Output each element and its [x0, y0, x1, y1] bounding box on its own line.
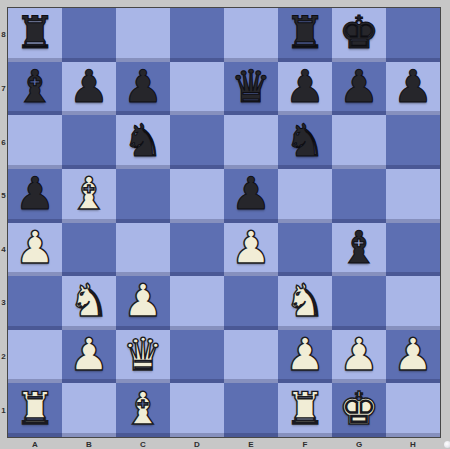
file-label-f: F	[278, 439, 332, 449]
square-g4[interactable]: ♝	[332, 223, 386, 277]
square-g8[interactable]: ♚	[332, 8, 386, 62]
white-pawn-icon: ♟	[393, 332, 433, 377]
square-h7[interactable]: ♟	[386, 62, 440, 116]
square-d7[interactable]	[170, 62, 224, 116]
square-h8[interactable]	[386, 8, 440, 62]
square-d6[interactable]	[170, 115, 224, 169]
black-pawn-icon: ♟	[393, 64, 433, 109]
file-label-e: E	[224, 439, 278, 449]
square-f5[interactable]	[278, 169, 332, 223]
white-king-icon: ♚	[339, 386, 379, 431]
white-rook-icon: ♜	[285, 386, 325, 431]
rank-label-8: 8	[0, 8, 7, 62]
square-b6[interactable]	[62, 115, 116, 169]
white-knight-icon: ♞	[285, 278, 325, 323]
white-bishop-icon: ♝	[123, 386, 163, 431]
white-queen-icon: ♛	[123, 332, 163, 377]
square-a1[interactable]: ♜	[8, 383, 62, 437]
square-d2[interactable]	[170, 330, 224, 384]
square-b1[interactable]	[62, 383, 116, 437]
square-a8[interactable]: ♜	[8, 8, 62, 62]
black-knight-icon: ♞	[123, 118, 163, 163]
square-g3[interactable]	[332, 276, 386, 330]
white-pawn-icon: ♟	[231, 225, 271, 270]
square-a7[interactable]: ♝	[8, 62, 62, 116]
square-b2[interactable]: ♟	[62, 330, 116, 384]
white-pawn-icon: ♟	[123, 278, 163, 323]
square-a4[interactable]: ♟	[8, 223, 62, 277]
file-label-h: H	[386, 439, 440, 449]
rank-label-3: 3	[0, 276, 7, 330]
chess-board: ♜♜♚♝♟♟♛♟♟♟♞♞♟♝♟♟♟♝♞♟♞♟♛♟♟♟♜♝♜♚	[8, 8, 440, 437]
black-knight-icon: ♞	[285, 118, 325, 163]
square-g5[interactable]	[332, 169, 386, 223]
square-f7[interactable]: ♟	[278, 62, 332, 116]
file-label-b: B	[62, 439, 116, 449]
square-b8[interactable]	[62, 8, 116, 62]
square-f2[interactable]: ♟	[278, 330, 332, 384]
square-h6[interactable]	[386, 115, 440, 169]
black-pawn-icon: ♟	[69, 64, 109, 109]
file-label-g: G	[332, 439, 386, 449]
square-h3[interactable]	[386, 276, 440, 330]
square-d3[interactable]	[170, 276, 224, 330]
square-h4[interactable]	[386, 223, 440, 277]
rank-label-4: 4	[0, 223, 7, 277]
rank-label-2: 2	[0, 330, 7, 384]
black-rook-icon: ♜	[15, 10, 55, 55]
square-b5[interactable]: ♝	[62, 169, 116, 223]
square-a3[interactable]	[8, 276, 62, 330]
square-e2[interactable]	[224, 330, 278, 384]
square-e8[interactable]	[224, 8, 278, 62]
resize-grip-dot	[444, 441, 450, 448]
square-c5[interactable]	[116, 169, 170, 223]
white-bishop-icon: ♝	[69, 171, 109, 216]
square-d8[interactable]	[170, 8, 224, 62]
square-c6[interactable]: ♞	[116, 115, 170, 169]
square-d5[interactable]	[170, 169, 224, 223]
square-c1[interactable]: ♝	[116, 383, 170, 437]
square-e7[interactable]: ♛	[224, 62, 278, 116]
square-a5[interactable]: ♟	[8, 169, 62, 223]
square-f3[interactable]: ♞	[278, 276, 332, 330]
square-b3[interactable]: ♞	[62, 276, 116, 330]
square-h5[interactable]	[386, 169, 440, 223]
square-b4[interactable]	[62, 223, 116, 277]
square-g6[interactable]	[332, 115, 386, 169]
white-pawn-icon: ♟	[69, 332, 109, 377]
square-g1[interactable]: ♚	[332, 383, 386, 437]
square-e3[interactable]	[224, 276, 278, 330]
square-c3[interactable]: ♟	[116, 276, 170, 330]
square-d4[interactable]	[170, 223, 224, 277]
rank-label-1: 1	[0, 383, 7, 437]
black-pawn-icon: ♟	[231, 171, 271, 216]
white-rook-icon: ♜	[15, 386, 55, 431]
black-pawn-icon: ♟	[285, 64, 325, 109]
rank-label-7: 7	[0, 62, 7, 116]
rank-labels: 87654321	[0, 8, 7, 437]
black-rook-icon: ♜	[285, 10, 325, 55]
file-labels: ABCDEFGH	[8, 439, 440, 449]
square-b7[interactable]: ♟	[62, 62, 116, 116]
square-g7[interactable]: ♟	[332, 62, 386, 116]
square-e6[interactable]	[224, 115, 278, 169]
square-f8[interactable]: ♜	[278, 8, 332, 62]
file-label-c: C	[116, 439, 170, 449]
square-e4[interactable]: ♟	[224, 223, 278, 277]
square-c2[interactable]: ♛	[116, 330, 170, 384]
black-queen-icon: ♛	[231, 64, 271, 109]
square-a6[interactable]	[8, 115, 62, 169]
board-frame: ♜♜♚♝♟♟♛♟♟♟♞♞♟♝♟♟♟♝♞♟♞♟♛♟♟♟♜♝♜♚	[7, 7, 441, 438]
black-bishop-icon: ♝	[339, 225, 379, 270]
file-label-d: D	[170, 439, 224, 449]
white-pawn-icon: ♟	[285, 332, 325, 377]
black-bishop-icon: ♝	[15, 64, 55, 109]
square-f1[interactable]: ♜	[278, 383, 332, 437]
square-c8[interactable]	[116, 8, 170, 62]
square-f6[interactable]: ♞	[278, 115, 332, 169]
white-knight-icon: ♞	[69, 278, 109, 323]
file-label-a: A	[8, 439, 62, 449]
square-d1[interactable]	[170, 383, 224, 437]
rank-label-5: 5	[0, 169, 7, 223]
square-c7[interactable]: ♟	[116, 62, 170, 116]
black-pawn-icon: ♟	[339, 64, 379, 109]
square-f4[interactable]	[278, 223, 332, 277]
square-e1[interactable]	[224, 383, 278, 437]
square-e5[interactable]: ♟	[224, 169, 278, 223]
square-c4[interactable]	[116, 223, 170, 277]
black-pawn-icon: ♟	[15, 171, 55, 216]
rank-label-6: 6	[0, 115, 7, 169]
white-pawn-icon: ♟	[339, 332, 379, 377]
square-a2[interactable]	[8, 330, 62, 384]
white-pawn-icon: ♟	[15, 225, 55, 270]
black-pawn-icon: ♟	[123, 64, 163, 109]
black-king-icon: ♚	[339, 10, 379, 55]
square-h1[interactable]	[386, 383, 440, 437]
square-g2[interactable]: ♟	[332, 330, 386, 384]
square-h2[interactable]: ♟	[386, 330, 440, 384]
